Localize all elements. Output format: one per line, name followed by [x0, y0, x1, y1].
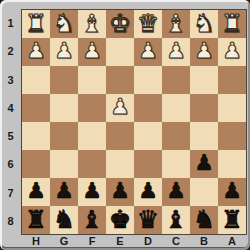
black-pawn[interactable]: ♟: [222, 180, 242, 202]
rank-label-8: 8: [0, 207, 21, 235]
black-pawn[interactable]: ♟: [110, 180, 130, 202]
square-d1[interactable]: ♛: [134, 10, 162, 38]
square-a3[interactable]: [218, 66, 246, 94]
black-pawn[interactable]: ♟: [26, 180, 46, 202]
black-bishop[interactable]: ♝: [81, 207, 103, 232]
square-c2[interactable]: ♟: [162, 38, 190, 66]
black-bishop[interactable]: ♝: [165, 207, 187, 232]
square-e4[interactable]: ♟: [106, 94, 134, 122]
square-c7[interactable]: ♟: [162, 178, 190, 206]
black-king[interactable]: ♚: [109, 207, 131, 232]
white-pawn[interactable]: ♟: [54, 40, 74, 62]
square-c4[interactable]: [162, 94, 190, 122]
black-pawn[interactable]: ♟: [166, 180, 186, 202]
file-label-d: D: [134, 235, 162, 249]
square-d4[interactable]: [134, 94, 162, 122]
black-pawn[interactable]: ♟: [194, 152, 214, 174]
white-rook[interactable]: ♜: [25, 11, 47, 36]
white-pawn[interactable]: ♟: [222, 40, 242, 62]
chess-board: ♜♞♝♚♛♝♞♜♟♟♟♟♟♟♟♟♟♟♟♟♟♟♟♟♜♞♝♚♛♝♞♜: [21, 9, 247, 235]
white-pawn[interactable]: ♟: [138, 40, 158, 62]
white-queen[interactable]: ♛: [137, 11, 159, 36]
square-b7[interactable]: [190, 178, 218, 206]
square-c1[interactable]: ♝: [162, 10, 190, 38]
white-pawn[interactable]: ♟: [166, 40, 186, 62]
file-labels: HGFEDCBA: [22, 235, 246, 249]
rank-label-2: 2: [0, 37, 21, 65]
rank-label-5: 5: [0, 122, 21, 150]
file-label-g: G: [50, 235, 78, 249]
square-g3[interactable]: [50, 66, 78, 94]
square-d5[interactable]: [134, 122, 162, 150]
square-f1[interactable]: ♝: [78, 10, 106, 38]
square-e2[interactable]: [106, 38, 134, 66]
square-b2[interactable]: ♟: [190, 38, 218, 66]
square-a1[interactable]: ♜: [218, 10, 246, 38]
square-f7[interactable]: ♟: [78, 178, 106, 206]
square-g7[interactable]: ♟: [50, 178, 78, 206]
square-c6[interactable]: [162, 150, 190, 178]
square-g4[interactable]: [50, 94, 78, 122]
square-g8[interactable]: ♞: [50, 206, 78, 234]
file-label-b: B: [190, 235, 218, 249]
square-h3[interactable]: [22, 66, 50, 94]
square-f4[interactable]: [78, 94, 106, 122]
white-pawn[interactable]: ♟: [82, 40, 102, 62]
square-e8[interactable]: ♚: [106, 206, 134, 234]
black-knight[interactable]: ♞: [53, 207, 75, 232]
black-pawn[interactable]: ♟: [138, 180, 158, 202]
black-knight[interactable]: ♞: [193, 207, 215, 232]
square-g2[interactable]: ♟: [50, 38, 78, 66]
board-frame: 12345678 ♜♞♝♚♛♝♞♜♟♟♟♟♟♟♟♟♟♟♟♟♟♟♟♟♜♞♝♚♛♝♞…: [0, 0, 250, 250]
black-pawn[interactable]: ♟: [54, 180, 74, 202]
white-rook[interactable]: ♜: [221, 11, 243, 36]
white-bishop[interactable]: ♝: [165, 11, 187, 36]
white-pawn[interactable]: ♟: [110, 96, 130, 118]
square-e5[interactable]: [106, 122, 134, 150]
square-d7[interactable]: ♟: [134, 178, 162, 206]
white-knight[interactable]: ♞: [53, 11, 75, 36]
black-queen[interactable]: ♛: [137, 207, 159, 232]
square-a4[interactable]: [218, 94, 246, 122]
file-label-a: A: [218, 235, 246, 249]
square-g1[interactable]: ♞: [50, 10, 78, 38]
file-label-c: C: [162, 235, 190, 249]
square-h7[interactable]: ♟: [22, 178, 50, 206]
white-pawn[interactable]: ♟: [26, 40, 46, 62]
square-f5[interactable]: [78, 122, 106, 150]
square-a6[interactable]: [218, 150, 246, 178]
square-d6[interactable]: [134, 150, 162, 178]
square-b6[interactable]: ♟: [190, 150, 218, 178]
rank-label-6: 6: [0, 150, 21, 178]
rank-labels: 12345678: [0, 9, 21, 235]
file-label-h: H: [22, 235, 50, 249]
square-a2[interactable]: ♟: [218, 38, 246, 66]
square-c5[interactable]: [162, 122, 190, 150]
square-g6[interactable]: [50, 150, 78, 178]
square-b1[interactable]: ♞: [190, 10, 218, 38]
square-h4[interactable]: [22, 94, 50, 122]
square-a5[interactable]: [218, 122, 246, 150]
square-e1[interactable]: ♚: [106, 10, 134, 38]
black-pawn[interactable]: ♟: [82, 180, 102, 202]
file-label-e: E: [106, 235, 134, 249]
square-h8[interactable]: ♜: [22, 206, 50, 234]
square-h6[interactable]: [22, 150, 50, 178]
square-b3[interactable]: [190, 66, 218, 94]
black-rook[interactable]: ♜: [221, 207, 243, 232]
file-label-f: F: [78, 235, 106, 249]
square-d3[interactable]: [134, 66, 162, 94]
square-f6[interactable]: [78, 150, 106, 178]
rank-label-7: 7: [0, 179, 21, 207]
square-f8[interactable]: ♝: [78, 206, 106, 234]
rank-label-3: 3: [0, 66, 21, 94]
square-h5[interactable]: [22, 122, 50, 150]
square-c3[interactable]: [162, 66, 190, 94]
rank-label-1: 1: [0, 9, 21, 37]
square-f3[interactable]: [78, 66, 106, 94]
square-h1[interactable]: ♜: [22, 10, 50, 38]
square-a8[interactable]: ♜: [218, 206, 246, 234]
square-d2[interactable]: ♟: [134, 38, 162, 66]
square-c8[interactable]: ♝: [162, 206, 190, 234]
square-b4[interactable]: [190, 94, 218, 122]
square-a7[interactable]: ♟: [218, 178, 246, 206]
square-f2[interactable]: ♟: [78, 38, 106, 66]
white-knight[interactable]: ♞: [193, 11, 215, 36]
square-e7[interactable]: ♟: [106, 178, 134, 206]
square-b8[interactable]: ♞: [190, 206, 218, 234]
rank-label-4: 4: [0, 94, 21, 122]
square-e6[interactable]: [106, 150, 134, 178]
square-h2[interactable]: ♟: [22, 38, 50, 66]
black-rook[interactable]: ♜: [25, 207, 47, 232]
white-pawn[interactable]: ♟: [194, 40, 214, 62]
square-d8[interactable]: ♛: [134, 206, 162, 234]
white-king[interactable]: ♚: [109, 11, 131, 36]
white-bishop[interactable]: ♝: [81, 11, 103, 36]
square-g5[interactable]: [50, 122, 78, 150]
square-b5[interactable]: [190, 122, 218, 150]
square-e3[interactable]: [106, 66, 134, 94]
